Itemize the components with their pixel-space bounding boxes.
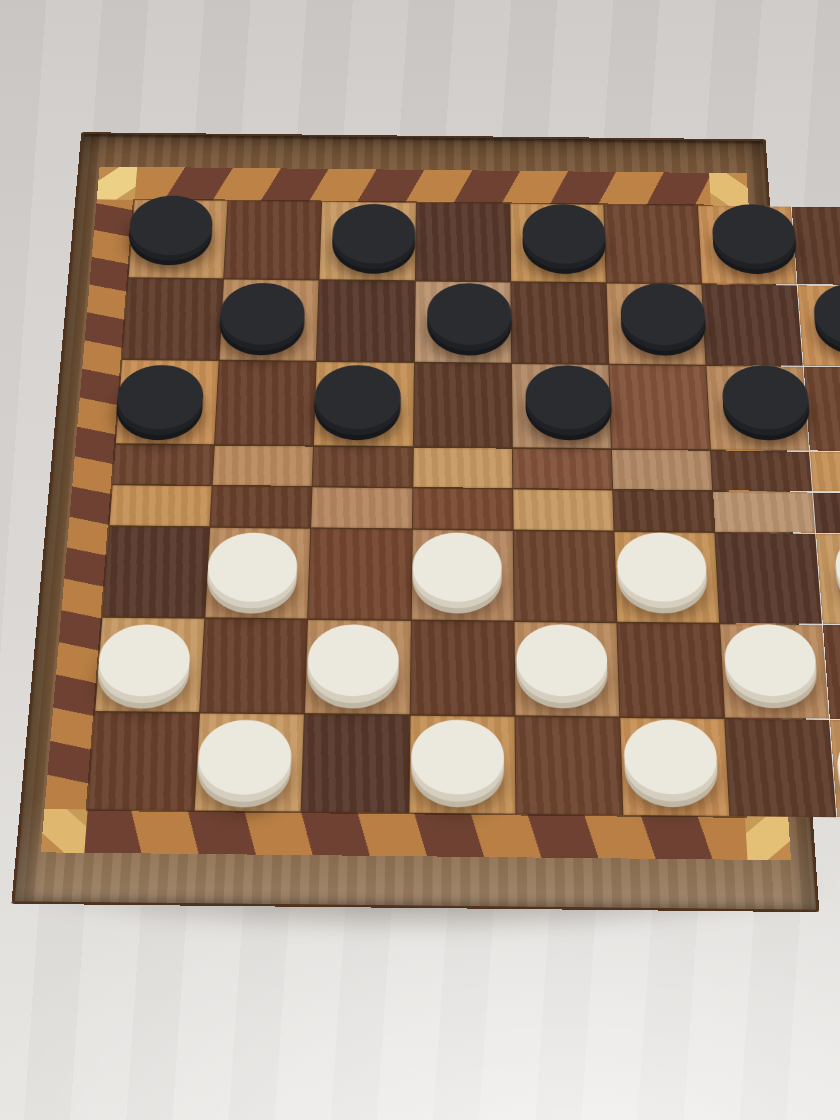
square-e6[interactable]: ● — [512, 364, 611, 448]
square-b3[interactable]: ● — [206, 528, 311, 619]
square-g4[interactable] — [713, 492, 815, 533]
square-d3[interactable]: ● — [411, 530, 513, 621]
black-man[interactable]: ● — [519, 348, 619, 433]
checkers-grid: ●●●●●●●●●●●●●●●●●●●●●●●● — [88, 200, 745, 816]
square-c2[interactable]: ● — [305, 620, 410, 714]
square-a2[interactable]: ● — [95, 618, 204, 712]
square-b6[interactable] — [215, 361, 316, 445]
square-f5[interactable] — [612, 450, 712, 490]
white-man[interactable]: ● — [509, 605, 614, 700]
square-a8[interactable]: ● — [129, 200, 228, 278]
square-f1[interactable]: ● — [620, 718, 729, 816]
square-f7[interactable]: ● — [607, 283, 706, 364]
square-f3[interactable]: ● — [614, 532, 719, 623]
square-c5[interactable] — [313, 447, 413, 487]
square-b5[interactable] — [213, 446, 313, 486]
black-man[interactable]: ● — [516, 188, 612, 267]
square-a5[interactable] — [113, 445, 214, 485]
black-man[interactable]: ● — [704, 188, 803, 267]
square-d7[interactable]: ● — [414, 281, 510, 362]
white-man[interactable]: ● — [616, 700, 726, 798]
square-e5[interactable] — [513, 449, 613, 489]
square-d6[interactable] — [413, 363, 511, 447]
white-man[interactable]: ● — [300, 605, 406, 700]
square-e2[interactable]: ● — [514, 622, 619, 716]
corner-diamond-bottom-right — [745, 816, 791, 860]
black-man[interactable]: ● — [307, 348, 407, 433]
white-man[interactable]: ● — [715, 605, 824, 699]
square-c6[interactable]: ● — [314, 362, 413, 446]
square-h5[interactable] — [810, 452, 840, 492]
white-man[interactable]: ● — [190, 700, 300, 798]
white-man[interactable]: ● — [404, 700, 511, 798]
square-g6[interactable]: ● — [707, 366, 810, 450]
board-frame: ●●●●●●●●●●●●●●●●●●●●●●●● — [11, 132, 819, 912]
square-c1[interactable] — [302, 715, 409, 813]
square-a1[interactable] — [88, 712, 200, 810]
square-b7[interactable]: ● — [220, 279, 319, 360]
black-man[interactable]: ● — [714, 348, 817, 432]
square-g2[interactable]: ● — [720, 624, 829, 718]
checkers-board: ●●●●●●●●●●●●●●●●●●●●●●●● — [11, 132, 819, 912]
checkerboard-photo: ●●●●●●●●●●●●●●●●●●●●●●●● — [0, 0, 840, 1120]
black-man[interactable]: ● — [326, 188, 422, 267]
black-man[interactable]: ● — [212, 266, 312, 348]
corner-diamond-bottom-left — [41, 809, 88, 853]
black-man[interactable]: ● — [613, 267, 713, 348]
white-man[interactable]: ● — [89, 605, 199, 700]
black-man[interactable]: ● — [108, 348, 212, 433]
square-f6[interactable] — [609, 365, 710, 449]
black-man[interactable]: ● — [804, 267, 840, 348]
square-b1[interactable]: ● — [195, 714, 304, 812]
white-man[interactable]: ● — [200, 514, 306, 605]
square-g5[interactable] — [711, 451, 812, 491]
square-e1[interactable] — [515, 717, 622, 815]
white-man[interactable]: ● — [406, 514, 509, 605]
square-a6[interactable]: ● — [116, 360, 219, 444]
white-man[interactable]: ● — [825, 514, 840, 605]
black-man[interactable]: ● — [121, 180, 221, 258]
square-c8[interactable]: ● — [320, 202, 416, 280]
white-man[interactable]: ● — [609, 514, 714, 605]
marquetry-border: ●●●●●●●●●●●●●●●●●●●●●●●● — [41, 167, 791, 861]
decorative-border-bottom — [84, 809, 747, 859]
square-g8[interactable]: ● — [698, 206, 797, 284]
square-d5[interactable] — [413, 448, 512, 488]
square-e8[interactable]: ● — [510, 204, 605, 282]
square-c4[interactable] — [312, 487, 413, 528]
square-e4[interactable] — [513, 489, 613, 530]
square-d1[interactable]: ● — [409, 716, 515, 814]
square-a4[interactable] — [110, 485, 212, 526]
black-man[interactable]: ● — [421, 266, 518, 347]
